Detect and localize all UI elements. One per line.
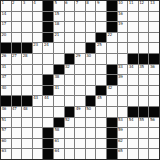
cell-r8c1[interactable] xyxy=(12,86,22,96)
cell-r14c0[interactable]: 63 xyxy=(1,149,11,159)
clue-number: 2 xyxy=(12,1,14,6)
cell-r1c14[interactable] xyxy=(149,12,159,22)
clue-number: 59 xyxy=(118,128,123,133)
black-cell-r11c10 xyxy=(107,118,117,128)
cell-r6c6[interactable]: 32 xyxy=(65,65,75,75)
cell-r3c7[interactable] xyxy=(75,33,85,43)
black-cell-r5c13 xyxy=(139,54,149,64)
cell-r5c4[interactable] xyxy=(43,54,53,64)
cell-r3c1[interactable] xyxy=(12,33,22,43)
cell-r6c2[interactable] xyxy=(22,65,32,75)
clue-number: 36 xyxy=(150,65,155,70)
clue-number: 42 xyxy=(108,86,113,91)
cell-r1c9[interactable] xyxy=(96,12,106,22)
clue-number: 4 xyxy=(33,1,35,6)
clue-number: 5 xyxy=(55,1,57,6)
clue-number: 55 xyxy=(139,118,144,123)
cell-r7c0[interactable]: 37 xyxy=(1,75,11,85)
clue-number: 60 xyxy=(2,139,7,144)
cell-r14c7[interactable] xyxy=(75,149,85,159)
cell-r0c13[interactable]: 12 xyxy=(139,1,149,11)
clue-number: 16 xyxy=(118,12,123,17)
cell-r4c3[interactable]: 23 xyxy=(33,43,43,53)
cell-r5c8[interactable]: 30 xyxy=(86,54,96,64)
cell-r9c6[interactable] xyxy=(65,96,75,106)
cell-r1c6[interactable] xyxy=(65,12,75,22)
cell-r1c3[interactable] xyxy=(33,12,43,22)
cell-r13c8[interactable] xyxy=(86,139,96,149)
cell-r12c3[interactable] xyxy=(33,128,43,138)
cell-r13c1[interactable] xyxy=(12,139,22,149)
clue-number: 56 xyxy=(150,118,155,123)
cell-r8c0[interactable]: 40 xyxy=(1,86,11,96)
cell-r1c0[interactable]: 14 xyxy=(1,12,11,22)
cell-r6c13[interactable]: 35 xyxy=(139,65,149,75)
cell-r12c7[interactable] xyxy=(75,128,85,138)
clue-number: 35 xyxy=(139,65,144,70)
cell-r6c9[interactable] xyxy=(96,65,106,75)
cell-r12c9[interactable] xyxy=(96,128,106,138)
cell-r10c2[interactable]: 48 xyxy=(22,107,32,117)
cell-r11c3[interactable] xyxy=(33,118,43,128)
black-cell-r14c10 xyxy=(107,149,117,159)
cell-r12c14[interactable] xyxy=(149,128,159,138)
clue-number: 61 xyxy=(55,139,60,144)
cell-r8c13[interactable] xyxy=(139,86,149,96)
cell-r5c3[interactable] xyxy=(33,54,43,64)
cell-r1c13[interactable] xyxy=(139,12,149,22)
cell-r3c10[interactable]: 22 xyxy=(107,33,117,43)
clue-number: 7 xyxy=(76,1,78,6)
cell-r6c4[interactable] xyxy=(43,65,53,75)
clue-number: 26 xyxy=(2,54,7,59)
clue-number: 14 xyxy=(2,12,7,17)
cell-r0c14[interactable]: 13 xyxy=(149,1,159,11)
clue-number: 8 xyxy=(86,1,88,6)
clue-number: 25 xyxy=(97,43,102,48)
cell-r5c0[interactable]: 26 xyxy=(1,54,11,64)
cell-r14c3[interactable] xyxy=(33,149,43,159)
cell-r2c6[interactable] xyxy=(65,22,75,32)
cell-r4c4[interactable]: 24 xyxy=(43,43,53,53)
cell-r7c8[interactable] xyxy=(86,75,96,85)
cell-r10c3[interactable] xyxy=(33,107,43,117)
clue-number: 34 xyxy=(129,65,134,70)
cell-r5c5[interactable] xyxy=(54,54,64,64)
black-cell-r5c6 xyxy=(65,54,75,64)
cell-r11c4[interactable] xyxy=(43,118,53,128)
cell-r11c11[interactable]: 53 xyxy=(118,118,128,128)
cell-r2c8[interactable] xyxy=(86,22,96,32)
cell-r2c11[interactable]: 19 xyxy=(118,22,128,32)
black-cell-r4c1 xyxy=(12,43,22,53)
clue-number: 37 xyxy=(2,75,7,80)
cell-r11c2[interactable] xyxy=(22,118,32,128)
cell-r6c7[interactable] xyxy=(75,65,85,75)
clue-number: 6 xyxy=(65,1,67,6)
black-cell-r9c8 xyxy=(86,96,96,106)
cell-r10c0[interactable]: 46 xyxy=(1,107,11,117)
cell-r14c2[interactable] xyxy=(22,149,32,159)
cell-r11c9[interactable] xyxy=(96,118,106,128)
clue-number: 27 xyxy=(12,54,17,59)
black-cell-r12c4 xyxy=(43,128,53,138)
cell-r10c9[interactable] xyxy=(96,107,106,117)
cell-r6c14[interactable]: 36 xyxy=(149,65,159,75)
cell-r13c9[interactable] xyxy=(96,139,106,149)
black-cell-r8c4 xyxy=(43,86,53,96)
cell-r13c13[interactable] xyxy=(139,139,149,149)
cell-r5c1[interactable]: 27 xyxy=(12,54,22,64)
cell-r0c11[interactable]: 10 xyxy=(118,1,128,11)
cell-r8c8[interactable] xyxy=(86,86,96,96)
cell-r8c14[interactable] xyxy=(149,86,159,96)
black-cell-r10c6 xyxy=(65,107,75,117)
cell-r6c12[interactable]: 34 xyxy=(128,65,138,75)
cell-r1c7[interactable] xyxy=(75,12,85,22)
cell-r13c7[interactable] xyxy=(75,139,85,149)
clue-number: 28 xyxy=(23,54,28,59)
clue-number: 11 xyxy=(129,1,134,6)
black-cell-r7c4 xyxy=(43,75,53,85)
clue-number: 39 xyxy=(118,75,123,80)
cell-r8c3[interactable] xyxy=(33,86,43,96)
clue-number: 21 xyxy=(55,33,60,38)
clue-number: 24 xyxy=(44,43,49,48)
cell-r3c0[interactable]: 20 xyxy=(1,33,11,43)
cell-r2c2[interactable] xyxy=(22,22,32,32)
black-cell-r12c10 xyxy=(107,128,117,138)
clue-number: 44 xyxy=(44,96,49,101)
cell-r4c14[interactable] xyxy=(149,43,159,53)
clue-number: 50 xyxy=(86,107,91,112)
black-cell-r1c4 xyxy=(43,12,53,22)
cell-r10c10[interactable] xyxy=(107,107,117,117)
clue-number: 13 xyxy=(150,1,155,6)
black-cell-r5c12 xyxy=(128,54,138,64)
cell-r6c11[interactable]: 33 xyxy=(118,65,128,75)
black-cell-r13c4 xyxy=(43,139,53,149)
cell-r3c11[interactable] xyxy=(118,33,128,43)
cell-r2c14[interactable] xyxy=(149,22,159,32)
clue-number: 49 xyxy=(76,107,81,112)
cell-r10c7[interactable]: 49 xyxy=(75,107,85,117)
cell-r7c12[interactable] xyxy=(128,75,138,85)
cell-r5c9[interactable] xyxy=(96,54,106,64)
cell-r1c12[interactable] xyxy=(128,12,138,22)
cell-r14c1[interactable] xyxy=(12,149,22,159)
cell-r9c4[interactable]: 44 xyxy=(43,96,53,106)
clue-number: 52 xyxy=(65,118,70,123)
cell-r9c14[interactable] xyxy=(149,96,159,106)
cell-r5c10[interactable] xyxy=(107,54,117,64)
clue-number: 64 xyxy=(55,149,60,154)
cell-r5c7[interactable]: 29 xyxy=(75,54,85,64)
crossword-grid: 1234567891011121314151617181920212223242… xyxy=(0,0,160,160)
cell-r6c1[interactable] xyxy=(12,65,22,75)
cell-r12c11[interactable]: 59 xyxy=(118,128,128,138)
clue-number: 32 xyxy=(65,65,70,70)
cell-r10c11[interactable] xyxy=(118,107,128,117)
cell-r4c5[interactable] xyxy=(54,43,64,53)
cell-r1c8[interactable] xyxy=(86,12,96,22)
clue-number: 57 xyxy=(2,128,7,133)
cell-r0c3[interactable]: 4 xyxy=(33,1,43,11)
cell-r7c6[interactable] xyxy=(65,75,75,85)
cell-r0c9[interactable]: 9 xyxy=(96,1,106,11)
cell-r4c7[interactable] xyxy=(75,43,85,53)
cell-r7c7[interactable] xyxy=(75,75,85,85)
cell-r10c1[interactable]: 47 xyxy=(12,107,22,117)
clue-number: 38 xyxy=(55,75,60,80)
clue-number: 43 xyxy=(33,96,38,101)
clue-number: 20 xyxy=(2,33,7,38)
cell-r4c10[interactable] xyxy=(107,43,117,53)
cell-r3c5[interactable]: 21 xyxy=(54,33,64,43)
black-cell-r3c9 xyxy=(96,33,106,43)
cell-r1c5[interactable]: 15 xyxy=(54,12,64,22)
cell-r8c10[interactable]: 42 xyxy=(107,86,117,96)
black-cell-r9c1 xyxy=(12,96,22,106)
cell-r8c6[interactable] xyxy=(65,86,75,96)
cell-r6c0[interactable]: 31 xyxy=(1,65,11,75)
cell-r0c2[interactable]: 3 xyxy=(22,1,32,11)
clue-number: 58 xyxy=(55,128,60,133)
black-cell-r8c9 xyxy=(96,86,106,96)
cell-r13c0[interactable]: 60 xyxy=(1,139,11,149)
clue-number: 12 xyxy=(139,1,144,6)
clue-number: 10 xyxy=(118,1,123,6)
clue-number: 33 xyxy=(118,65,123,70)
cell-r4c12[interactable] xyxy=(128,43,138,53)
cell-r7c3[interactable] xyxy=(33,75,43,85)
cell-r14c8[interactable] xyxy=(86,149,96,159)
cell-r13c6[interactable] xyxy=(65,139,75,149)
cell-r11c1[interactable] xyxy=(12,118,22,128)
clue-number: 1 xyxy=(2,1,4,6)
cell-r2c9[interactable] xyxy=(96,22,106,32)
cell-r9c11[interactable] xyxy=(118,96,128,106)
black-cell-r9c0 xyxy=(1,96,11,106)
cell-r13c11[interactable]: 62 xyxy=(118,139,128,149)
cell-r2c7[interactable] xyxy=(75,22,85,32)
cell-r0c8[interactable]: 8 xyxy=(86,1,96,11)
cell-r6c3[interactable] xyxy=(33,65,43,75)
clue-number: 31 xyxy=(2,65,7,70)
clue-number: 15 xyxy=(55,12,60,17)
cell-r11c7[interactable] xyxy=(75,118,85,128)
cell-r6c8[interactable] xyxy=(86,65,96,75)
clue-number: 47 xyxy=(12,107,17,112)
black-cell-r2c4 xyxy=(43,22,53,32)
cell-r9c9[interactable]: 45 xyxy=(96,96,106,106)
cell-r7c1[interactable] xyxy=(12,75,22,85)
cell-r14c9[interactable] xyxy=(96,149,106,159)
cell-r9c3[interactable]: 43 xyxy=(33,96,43,106)
cell-r11c0[interactable]: 51 xyxy=(1,118,11,128)
cell-r11c6[interactable]: 52 xyxy=(65,118,75,128)
cell-r7c11[interactable]: 39 xyxy=(118,75,128,85)
cell-r12c12[interactable] xyxy=(128,128,138,138)
cell-r9c5[interactable] xyxy=(54,96,64,106)
cell-r10c4[interactable] xyxy=(43,107,53,117)
cell-r4c13[interactable] xyxy=(139,43,149,53)
cell-r14c11[interactable]: 65 xyxy=(118,149,128,159)
cell-r14c13[interactable] xyxy=(139,149,149,159)
clue-number: 62 xyxy=(118,139,123,144)
cell-r7c9[interactable] xyxy=(96,75,106,85)
black-cell-r5c14 xyxy=(149,54,159,64)
black-cell-r4c8 xyxy=(86,43,96,53)
cell-r7c5[interactable]: 38 xyxy=(54,75,64,85)
cell-r4c11[interactable] xyxy=(118,43,128,53)
cell-r13c2[interactable] xyxy=(22,139,32,149)
cell-r12c8[interactable] xyxy=(86,128,96,138)
cell-r14c6[interactable] xyxy=(65,149,75,159)
cell-r10c5[interactable] xyxy=(54,107,64,117)
cell-r3c8[interactable] xyxy=(86,33,96,43)
cell-r12c0[interactable]: 57 xyxy=(1,128,11,138)
black-cell-r4c2 xyxy=(22,43,32,53)
cell-r5c11[interactable] xyxy=(118,54,128,64)
cell-r0c12[interactable]: 11 xyxy=(128,1,138,11)
black-cell-r3c4 xyxy=(43,33,53,43)
clue-number: 22 xyxy=(108,33,113,38)
black-cell-r10c12 xyxy=(128,107,138,117)
cell-r0c1[interactable]: 2 xyxy=(12,1,22,11)
cell-r3c14[interactable] xyxy=(149,33,159,43)
clue-number: 46 xyxy=(2,107,7,112)
cell-r1c1[interactable] xyxy=(12,12,22,22)
clue-number: 48 xyxy=(23,107,28,112)
black-cell-r13c10 xyxy=(107,139,117,149)
black-cell-r11c5 xyxy=(54,118,64,128)
cell-r8c2[interactable] xyxy=(22,86,32,96)
cell-r11c12[interactable]: 54 xyxy=(128,118,138,128)
cell-r12c2[interactable] xyxy=(22,128,32,138)
cell-r11c13[interactable]: 55 xyxy=(139,118,149,128)
cell-r1c11[interactable]: 16 xyxy=(118,12,128,22)
cell-r14c14[interactable] xyxy=(149,149,159,159)
cell-r3c2[interactable] xyxy=(22,33,32,43)
clue-number: 29 xyxy=(76,54,81,59)
clue-number: 45 xyxy=(97,96,102,101)
clue-number: 23 xyxy=(33,43,38,48)
cell-r8c11[interactable] xyxy=(118,86,128,96)
clue-number: 18 xyxy=(55,22,60,27)
cell-r2c1[interactable] xyxy=(12,22,22,32)
cell-r1c2[interactable] xyxy=(22,12,32,22)
clue-number: 63 xyxy=(2,149,7,154)
cell-r13c12[interactable] xyxy=(128,139,138,149)
cell-r5c2[interactable]: 28 xyxy=(22,54,32,64)
cell-r8c12[interactable] xyxy=(128,86,138,96)
cell-r2c0[interactable]: 17 xyxy=(1,22,11,32)
clue-number: 51 xyxy=(2,118,7,123)
cell-r4c6[interactable] xyxy=(65,43,75,53)
cell-r4c9[interactable]: 25 xyxy=(96,43,106,53)
cell-r12c1[interactable] xyxy=(12,128,22,138)
cell-r11c8[interactable] xyxy=(86,118,96,128)
black-cell-r6c5 xyxy=(54,65,64,75)
clue-number: 17 xyxy=(2,22,7,27)
black-cell-r4c0 xyxy=(1,43,11,53)
cell-r9c10[interactable] xyxy=(107,96,117,106)
cell-r12c5[interactable]: 58 xyxy=(54,128,64,138)
cell-r0c0[interactable]: 1 xyxy=(1,1,11,11)
black-cell-r1c10 xyxy=(107,12,117,22)
cell-r14c12[interactable] xyxy=(128,149,138,159)
black-cell-r7c10 xyxy=(107,75,117,85)
clue-number: 3 xyxy=(23,1,25,6)
cell-r8c5[interactable]: 41 xyxy=(54,86,64,96)
cell-r7c13[interactable] xyxy=(139,75,149,85)
cell-r13c14[interactable] xyxy=(149,139,159,149)
cell-r9c7[interactable] xyxy=(75,96,85,106)
cell-r2c12[interactable] xyxy=(128,22,138,32)
cell-r11c14[interactable]: 56 xyxy=(149,118,159,128)
black-cell-r6c10 xyxy=(107,65,117,75)
cell-r0c7[interactable]: 7 xyxy=(75,1,85,11)
cell-r3c13[interactable] xyxy=(139,33,149,43)
black-cell-r2c10 xyxy=(107,22,117,32)
clue-number: 65 xyxy=(118,149,123,154)
cell-r9c13[interactable] xyxy=(139,96,149,106)
clue-number: 41 xyxy=(55,86,60,91)
black-cell-r14c4 xyxy=(43,149,53,159)
black-cell-r10c14 xyxy=(149,107,159,117)
cell-r0c6[interactable]: 6 xyxy=(65,1,75,11)
black-cell-r9c2 xyxy=(22,96,32,106)
cell-r12c13[interactable] xyxy=(139,128,149,138)
clue-number: 53 xyxy=(118,118,123,123)
cell-r3c12[interactable] xyxy=(128,33,138,43)
cell-r3c6[interactable] xyxy=(65,33,75,43)
cell-r13c5[interactable]: 61 xyxy=(54,139,64,149)
black-cell-r10c13 xyxy=(139,107,149,117)
clue-number: 54 xyxy=(129,118,134,123)
cell-r10c8[interactable]: 50 xyxy=(86,107,96,117)
cell-r2c5[interactable]: 18 xyxy=(54,22,64,32)
cell-r12c6[interactable] xyxy=(65,128,75,138)
cell-r7c14[interactable] xyxy=(149,75,159,85)
cell-r13c3[interactable] xyxy=(33,139,43,149)
cell-r2c3[interactable] xyxy=(33,22,43,32)
cell-r7c2[interactable] xyxy=(22,75,32,85)
cell-r0c5[interactable]: 5 xyxy=(54,1,64,11)
cell-r3c3[interactable] xyxy=(33,33,43,43)
cell-r9c12[interactable] xyxy=(128,96,138,106)
black-cell-r0c4 xyxy=(43,1,53,11)
clue-number: 30 xyxy=(86,54,91,59)
cell-r14c5[interactable]: 64 xyxy=(54,149,64,159)
cell-r8c7[interactable] xyxy=(75,86,85,96)
clue-number: 9 xyxy=(97,1,99,6)
black-cell-r0c10 xyxy=(107,1,117,11)
clue-number: 19 xyxy=(118,22,123,27)
cell-r2c13[interactable] xyxy=(139,22,149,32)
clue-number: 40 xyxy=(2,86,7,91)
